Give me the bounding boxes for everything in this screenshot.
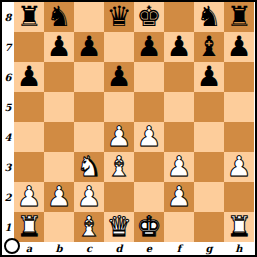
square-a5[interactable] — [14, 92, 44, 122]
chess-diagram: 8♜♞♛♚♞♜7♟♟♟♟♝♟6♟♟♟54♟♟3♞♝♟♟2♟♟♟♟1♜♝♛♚♜ab… — [0, 0, 257, 257]
piece-black-pawn[interactable]: ♟ — [46, 32, 71, 62]
square-d6[interactable]: ♟ — [104, 62, 134, 92]
square-e5[interactable] — [134, 92, 164, 122]
piece-black-king[interactable]: ♚ — [136, 2, 161, 32]
square-g5[interactable] — [194, 92, 224, 122]
square-c1[interactable]: ♝ — [74, 212, 104, 242]
piece-black-knight[interactable]: ♞ — [196, 2, 221, 32]
square-g4[interactable] — [194, 122, 224, 152]
square-b6[interactable] — [44, 62, 74, 92]
square-b7[interactable]: ♟ — [44, 32, 74, 62]
square-g2[interactable] — [194, 182, 224, 212]
piece-white-bishop[interactable]: ♝ — [106, 152, 131, 182]
square-h4[interactable] — [224, 122, 254, 152]
square-h7[interactable]: ♟ — [224, 32, 254, 62]
square-a7[interactable] — [14, 32, 44, 62]
piece-white-pawn[interactable]: ♟ — [46, 182, 71, 212]
square-b8[interactable]: ♞ — [44, 2, 74, 32]
square-a8[interactable]: ♜ — [14, 2, 44, 32]
piece-black-pawn[interactable]: ♟ — [226, 32, 251, 62]
square-b4[interactable] — [44, 122, 74, 152]
square-a6[interactable]: ♟ — [14, 62, 44, 92]
square-e2[interactable] — [134, 182, 164, 212]
square-a1[interactable]: ♜ — [14, 212, 44, 242]
white-to-move-icon — [4, 238, 20, 254]
square-f4[interactable] — [164, 122, 194, 152]
square-a3[interactable] — [14, 152, 44, 182]
square-e4[interactable]: ♟ — [134, 122, 164, 152]
file-label-g: g — [194, 242, 224, 255]
square-g3[interactable] — [194, 152, 224, 182]
file-label-b: b — [44, 242, 74, 255]
square-h1[interactable]: ♜ — [224, 212, 254, 242]
square-d4[interactable]: ♟ — [104, 122, 134, 152]
square-h8[interactable]: ♜ — [224, 2, 254, 32]
square-b2[interactable]: ♟ — [44, 182, 74, 212]
rank-label-5: 5 — [2, 92, 14, 122]
rank-label-2: 2 — [2, 182, 14, 212]
piece-white-pawn[interactable]: ♟ — [166, 152, 191, 182]
square-d1[interactable]: ♛ — [104, 212, 134, 242]
square-e7[interactable]: ♟ — [134, 32, 164, 62]
square-e8[interactable]: ♚ — [134, 2, 164, 32]
board-grid: 8♜♞♛♚♞♜7♟♟♟♟♝♟6♟♟♟54♟♟3♞♝♟♟2♟♟♟♟1♜♝♛♚♜ab… — [2, 2, 255, 255]
square-d2[interactable] — [104, 182, 134, 212]
square-e3[interactable] — [134, 152, 164, 182]
square-h2[interactable] — [224, 182, 254, 212]
piece-white-pawn[interactable]: ♟ — [76, 182, 101, 212]
square-c5[interactable] — [74, 92, 104, 122]
piece-white-pawn[interactable]: ♟ — [106, 122, 131, 152]
square-a4[interactable] — [14, 122, 44, 152]
piece-black-pawn[interactable]: ♟ — [16, 62, 41, 92]
square-e6[interactable] — [134, 62, 164, 92]
square-a2[interactable]: ♟ — [14, 182, 44, 212]
rank-label-6: 6 — [2, 62, 14, 92]
square-c2[interactable]: ♟ — [74, 182, 104, 212]
square-f5[interactable] — [164, 92, 194, 122]
square-d3[interactable]: ♝ — [104, 152, 134, 182]
file-label-h: h — [224, 242, 254, 255]
rank-label-3: 3 — [2, 152, 14, 182]
square-f7[interactable]: ♟ — [164, 32, 194, 62]
piece-white-pawn[interactable]: ♟ — [226, 152, 251, 182]
square-c6[interactable] — [74, 62, 104, 92]
square-g7[interactable]: ♝ — [194, 32, 224, 62]
piece-white-pawn[interactable]: ♟ — [136, 122, 161, 152]
square-g8[interactable]: ♞ — [194, 2, 224, 32]
piece-black-pawn[interactable]: ♟ — [166, 32, 191, 62]
square-c8[interactable] — [74, 2, 104, 32]
file-label-f: f — [164, 242, 194, 255]
square-e1[interactable]: ♚ — [134, 212, 164, 242]
piece-white-king[interactable]: ♚ — [136, 212, 161, 242]
square-c4[interactable] — [74, 122, 104, 152]
square-f8[interactable] — [164, 2, 194, 32]
piece-black-rook[interactable]: ♜ — [226, 2, 251, 32]
piece-black-pawn[interactable]: ♟ — [136, 32, 161, 62]
square-h3[interactable]: ♟ — [224, 152, 254, 182]
piece-black-pawn[interactable]: ♟ — [76, 32, 101, 62]
square-c7[interactable]: ♟ — [74, 32, 104, 62]
rank-label-4: 4 — [2, 122, 14, 152]
piece-white-bishop[interactable]: ♝ — [76, 212, 101, 242]
file-label-d: d — [104, 242, 134, 255]
square-h6[interactable] — [224, 62, 254, 92]
piece-white-knight[interactable]: ♞ — [76, 152, 101, 182]
piece-black-pawn[interactable]: ♟ — [106, 62, 131, 92]
piece-white-pawn[interactable]: ♟ — [166, 182, 191, 212]
rank-label-7: 7 — [2, 32, 14, 62]
piece-white-rook[interactable]: ♜ — [226, 212, 251, 242]
square-f3[interactable]: ♟ — [164, 152, 194, 182]
square-f2[interactable]: ♟ — [164, 182, 194, 212]
piece-white-queen[interactable]: ♛ — [106, 212, 131, 242]
piece-black-bishop[interactable]: ♝ — [196, 32, 221, 62]
square-d8[interactable]: ♛ — [104, 2, 134, 32]
square-d7[interactable] — [104, 32, 134, 62]
piece-black-knight[interactable]: ♞ — [46, 2, 71, 32]
square-d5[interactable] — [104, 92, 134, 122]
piece-black-rook[interactable]: ♜ — [16, 2, 41, 32]
square-g6[interactable]: ♟ — [194, 62, 224, 92]
piece-black-queen[interactable]: ♛ — [106, 2, 131, 32]
square-g1[interactable] — [194, 212, 224, 242]
square-b1[interactable] — [44, 212, 74, 242]
square-c3[interactable]: ♞ — [74, 152, 104, 182]
square-h5[interactable] — [224, 92, 254, 122]
piece-black-pawn[interactable]: ♟ — [196, 62, 221, 92]
square-f1[interactable] — [164, 212, 194, 242]
piece-white-rook[interactable]: ♜ — [16, 212, 41, 242]
square-b3[interactable] — [44, 152, 74, 182]
square-f6[interactable] — [164, 62, 194, 92]
file-label-e: e — [134, 242, 164, 255]
rank-label-8: 8 — [2, 2, 14, 32]
piece-white-pawn[interactable]: ♟ — [16, 182, 41, 212]
file-label-c: c — [74, 242, 104, 255]
square-b5[interactable] — [44, 92, 74, 122]
